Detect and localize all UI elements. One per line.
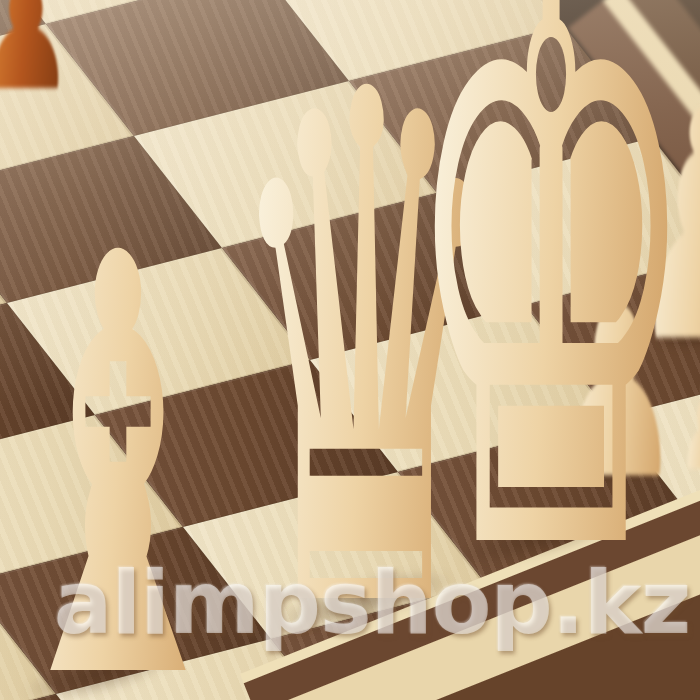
dark-piece-partial: ♟ [0, 0, 74, 116]
chess-photo-stage: ♟ ♟ ♟ ♟ ♝ ♛ ♚ alimpshop.kz [0, 0, 700, 700]
watermark-text: alimpshop.kz [54, 552, 691, 654]
piece-glyph: ♟ [0, 0, 74, 130]
